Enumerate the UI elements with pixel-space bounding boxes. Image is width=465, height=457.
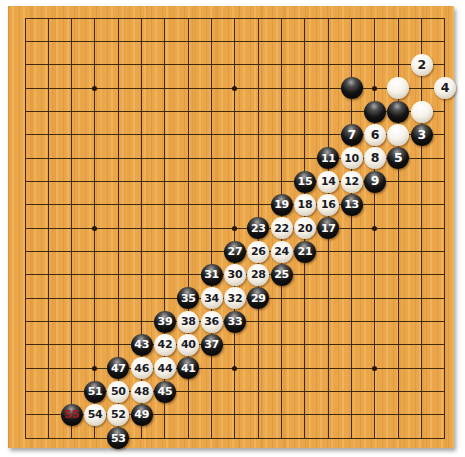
- grid-line-vertical: [421, 18, 422, 438]
- move-number: 21: [298, 246, 313, 257]
- star-point: [92, 366, 97, 371]
- stone-black-37[interactable]: 37: [201, 334, 223, 356]
- stone-white-32[interactable]: 32: [224, 287, 246, 309]
- move-number: 8: [371, 152, 379, 165]
- stone-white-36[interactable]: 36: [201, 311, 223, 333]
- stone-black-25[interactable]: 25: [271, 264, 293, 286]
- stone-white-44[interactable]: 44: [154, 357, 176, 379]
- move-number: 13: [344, 199, 359, 210]
- move-number: 43: [134, 339, 149, 350]
- move-number: 50: [111, 386, 126, 397]
- stone-white-16[interactable]: 16: [317, 194, 339, 216]
- move-number: 42: [158, 339, 173, 350]
- move-number: 23: [251, 223, 266, 234]
- move-number: 30: [228, 269, 243, 280]
- move-number: 6: [371, 129, 379, 142]
- stone-white-42[interactable]: 42: [154, 334, 176, 356]
- stone-white-26[interactable]: 26: [247, 241, 269, 263]
- move-number: 29: [251, 293, 266, 304]
- move-number: 36: [204, 316, 219, 327]
- star-point: [232, 86, 237, 91]
- stone-white-2[interactable]: 2: [411, 54, 433, 76]
- stone-black-35[interactable]: 35: [177, 287, 199, 309]
- move-number: 25: [274, 269, 289, 280]
- stone-black-23[interactable]: 23: [247, 217, 269, 239]
- move-number: 49: [134, 409, 149, 420]
- stone-black-21[interactable]: 21: [294, 241, 316, 263]
- stone-black-15[interactable]: 15: [294, 171, 316, 193]
- move-number: 22: [274, 223, 289, 234]
- stone-black-45[interactable]: 45: [154, 381, 176, 403]
- stone-black-19[interactable]: 19: [271, 194, 293, 216]
- move-number: 54: [88, 409, 103, 420]
- star-point: [372, 226, 377, 231]
- stone-black-47[interactable]: 47: [107, 357, 129, 379]
- stone-white-12[interactable]: 12: [341, 171, 363, 193]
- move-number: 44: [158, 363, 173, 374]
- move-number: 52: [111, 409, 126, 420]
- move-number: 16: [321, 199, 336, 210]
- stone-white-30[interactable]: 30: [224, 264, 246, 286]
- stone-black-49[interactable]: 49: [131, 404, 153, 426]
- stone-white-22[interactable]: 22: [271, 217, 293, 239]
- move-number: 11: [321, 153, 336, 164]
- stone-white-6[interactable]: 6: [364, 124, 386, 146]
- stone-white-48[interactable]: 48: [131, 381, 153, 403]
- stone-white-20[interactable]: 20: [294, 217, 316, 239]
- move-number: 24: [274, 246, 289, 257]
- stone-white-40[interactable]: 40: [177, 334, 199, 356]
- move-number: 19: [274, 199, 289, 210]
- stone-black-9[interactable]: 9: [364, 171, 386, 193]
- stone-white-46[interactable]: 46: [131, 357, 153, 379]
- stone-white-24[interactable]: 24: [271, 241, 293, 263]
- stone-black-31[interactable]: 31: [201, 264, 223, 286]
- move-number: 47: [111, 363, 126, 374]
- stone-black-55[interactable]: 55: [61, 404, 83, 426]
- move-number: 9: [371, 175, 379, 188]
- stone-black-51[interactable]: 51: [84, 381, 106, 403]
- stone-black-41[interactable]: 41: [177, 357, 199, 379]
- move-number: 18: [298, 199, 313, 210]
- stone-black-setup[interactable]: [341, 77, 363, 99]
- stone-black-setup[interactable]: [387, 101, 409, 123]
- move-number: 12: [344, 176, 359, 187]
- move-number: 3: [417, 129, 425, 142]
- go-diagram: 2345678910111213141516171819202122232425…: [0, 0, 465, 457]
- move-number: 46: [134, 363, 149, 374]
- stone-white-28[interactable]: 28: [247, 264, 269, 286]
- move-number: 28: [251, 269, 266, 280]
- stone-black-17[interactable]: 17: [317, 217, 339, 239]
- move-number: 31: [204, 269, 219, 280]
- star-point: [92, 226, 97, 231]
- move-number: 53: [111, 433, 126, 444]
- star-point: [232, 226, 237, 231]
- stone-black-3[interactable]: 3: [411, 124, 433, 146]
- stone-white-10[interactable]: 10: [341, 147, 363, 169]
- stone-white-38[interactable]: 38: [177, 311, 199, 333]
- move-number: 38: [181, 316, 196, 327]
- grid-line-horizontal: [25, 438, 446, 439]
- move-number: 45: [158, 386, 173, 397]
- stone-white-4[interactable]: 4: [434, 77, 456, 99]
- star-point: [232, 366, 237, 371]
- stone-black-53[interactable]: 53: [107, 427, 129, 449]
- stone-white-52[interactable]: 52: [107, 404, 129, 426]
- move-number: 17: [321, 223, 336, 234]
- star-point: [92, 86, 97, 91]
- stone-black-setup[interactable]: [364, 101, 386, 123]
- star-point: [372, 366, 377, 371]
- move-number: 10: [344, 153, 359, 164]
- move-number: 35: [181, 293, 196, 304]
- stone-white-34[interactable]: 34: [201, 287, 223, 309]
- move-number: 15: [298, 176, 313, 187]
- stone-black-7[interactable]: 7: [341, 124, 363, 146]
- stone-white-14[interactable]: 14: [317, 171, 339, 193]
- move-number: 41: [181, 363, 196, 374]
- stone-black-39[interactable]: 39: [154, 311, 176, 333]
- go-board[interactable]: 2345678910111213141516171819202122232425…: [8, 6, 454, 448]
- move-number: 2: [417, 59, 425, 72]
- move-number: 33: [228, 316, 243, 327]
- stone-white-18[interactable]: 18: [294, 194, 316, 216]
- move-number: 4: [441, 82, 449, 95]
- move-number: 7: [347, 129, 355, 142]
- stone-white-54[interactable]: 54: [84, 404, 106, 426]
- stone-black-29[interactable]: 29: [247, 287, 269, 309]
- move-number: 26: [251, 246, 266, 257]
- move-number: 40: [181, 339, 196, 350]
- stone-white-setup[interactable]: [411, 101, 433, 123]
- move-number: 20: [298, 223, 313, 234]
- stone-black-27[interactable]: 27: [224, 241, 246, 263]
- move-number: 51: [88, 386, 103, 397]
- stone-black-13[interactable]: 13: [341, 194, 363, 216]
- stone-white-50[interactable]: 50: [107, 381, 129, 403]
- stone-black-11[interactable]: 11: [317, 147, 339, 169]
- move-number: 55: [64, 409, 79, 420]
- star-point: [372, 86, 377, 91]
- stone-black-33[interactable]: 33: [224, 311, 246, 333]
- move-number: 39: [158, 316, 173, 327]
- stone-white-setup[interactable]: [387, 77, 409, 99]
- stone-black-43[interactable]: 43: [131, 334, 153, 356]
- move-number: 5: [394, 152, 402, 165]
- stone-black-5[interactable]: 5: [387, 147, 409, 169]
- move-number: 48: [134, 386, 149, 397]
- stone-white-setup[interactable]: [387, 124, 409, 146]
- move-number: 14: [321, 176, 336, 187]
- stone-white-8[interactable]: 8: [364, 147, 386, 169]
- move-number: 34: [204, 293, 219, 304]
- move-number: 27: [228, 246, 243, 257]
- move-number: 32: [228, 293, 243, 304]
- grid-line-horizontal: [25, 344, 446, 345]
- move-number: 37: [204, 339, 219, 350]
